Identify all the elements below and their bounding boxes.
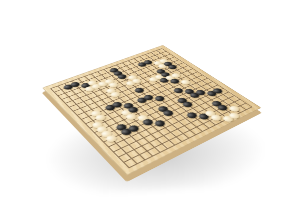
white-stone: [179, 78, 191, 85]
stones-layer: [50, 48, 162, 88]
white-stone: [90, 120, 103, 128]
black-stone: [114, 123, 128, 132]
black-stone: [175, 96, 188, 103]
black-stone: [197, 112, 211, 120]
white-stone: [89, 109, 102, 117]
black-stone: [142, 93, 155, 100]
black-stone: [181, 100, 194, 108]
white-stone: [227, 104, 240, 112]
black-stone: [122, 102, 135, 110]
black-stone: [161, 109, 174, 117]
white-stone: [209, 113, 223, 121]
white-stone: [95, 125, 109, 134]
black-stone: [126, 124, 140, 133]
black-stone: [153, 94, 166, 101]
black-stone: [156, 105, 169, 113]
black-stone: [141, 118, 155, 126]
white-stone: [124, 112, 137, 120]
black-stone: [119, 127, 133, 136]
white-stone: [119, 108, 132, 116]
white-stone: [136, 113, 149, 121]
product-photo-background: [0, 0, 300, 220]
black-stone: [172, 87, 184, 94]
black-stone: [126, 105, 139, 113]
white-stone: [104, 134, 118, 143]
